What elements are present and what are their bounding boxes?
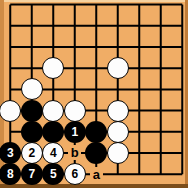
board-point [172,79,189,100]
move-number: 4 [50,146,57,158]
black-stone: 5 [42,163,64,185]
black-stone [42,121,64,143]
board-point [86,100,108,121]
board-point [64,79,86,100]
black-stone: 1 [64,121,86,143]
white-stone [64,100,86,122]
board-point [107,58,129,79]
board-point [107,121,129,142]
board-point [21,100,43,121]
board-point [0,0,21,15]
white-stone [21,78,43,100]
board-point [172,36,189,57]
board-point [86,142,108,163]
point-label: a [90,167,103,182]
black-stone: 7 [21,163,43,185]
board-point: 5 [43,164,65,185]
board-point [64,0,86,15]
white-stone: 4 [42,142,64,164]
black-stone [21,100,43,122]
board-point: 7 [21,164,43,185]
board-point [107,15,129,36]
board-point [150,142,172,163]
board-point [0,121,21,142]
board-point [0,36,21,57]
board-point [43,79,65,100]
board-point [172,121,189,142]
board-point [107,142,129,163]
board-point [150,121,172,142]
board-point [150,79,172,100]
board-point: a [86,164,108,185]
board-point [172,15,189,36]
move-number: 1 [71,125,78,137]
board-point [172,0,189,15]
board-point [129,36,151,57]
board-point: 4 [43,142,65,163]
board-point [86,121,108,142]
white-stone [42,57,64,79]
white-stone [0,100,21,122]
board-point [150,100,172,121]
board-point [172,142,189,163]
board-point [129,58,151,79]
move-number: 8 [7,168,14,180]
white-stone [107,100,129,122]
board-point [21,121,43,142]
board-point [150,15,172,36]
board-point [172,58,189,79]
board-point: 3 [0,142,21,163]
board-point [172,100,189,121]
board-point [107,164,129,185]
white-stone [107,57,129,79]
board-point [107,100,129,121]
go-diagram: 1324b8756a [0,0,188,188]
board-point [43,36,65,57]
board-point [86,36,108,57]
board-point [129,15,151,36]
black-stone: 3 [0,142,21,164]
board-point [43,100,65,121]
white-stone: 6 [64,163,86,185]
board-point [21,15,43,36]
board-point [129,100,151,121]
board-point: 1 [64,121,86,142]
board-point [43,15,65,36]
board-point [21,0,43,15]
board-point [64,36,86,57]
board-point [86,15,108,36]
board-point [86,0,108,15]
board-point [129,142,151,163]
board-point [43,121,65,142]
board-point [21,58,43,79]
black-stone: 8 [0,163,21,185]
board-point [64,100,86,121]
board-point [0,79,21,100]
board-point [86,79,108,100]
board-point [0,100,21,121]
board-point [107,79,129,100]
board-point [0,58,21,79]
board-point [129,121,151,142]
move-number: 3 [7,146,14,158]
board-point [107,36,129,57]
board-point [64,15,86,36]
board-point [21,79,43,100]
move-number: 7 [28,168,35,180]
move-number: 2 [28,146,35,158]
board-point [150,0,172,15]
black-stone [85,121,107,143]
white-stone [42,100,64,122]
board-point [43,0,65,15]
board-point [150,36,172,57]
white-stone: 2 [21,142,43,164]
board-point: 2 [21,142,43,163]
board-point [150,164,172,185]
board-point [129,164,151,185]
board-point [43,58,65,79]
board-point [107,0,129,15]
white-stone [107,121,129,143]
move-number: 6 [71,168,78,180]
white-stone [107,142,129,164]
board-point [21,36,43,57]
board-point [64,58,86,79]
point-label: b [68,145,81,160]
board-point: 8 [0,164,21,185]
go-board: 1324b8756a [0,0,188,185]
board-point [86,58,108,79]
black-stone [21,121,43,143]
board-point: 6 [64,164,86,185]
board-point: b [64,142,86,163]
board-point [0,15,21,36]
move-number: 5 [50,168,57,180]
board-point [129,79,151,100]
board-point [172,164,189,185]
board-point [129,0,151,15]
black-stone [85,142,107,164]
board-point [150,58,172,79]
